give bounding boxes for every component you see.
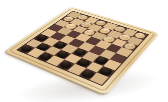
product-photo-scene: ⛀⛀⛀⛀⛀⛀⛀⛀⛀⛀⛀⛀⛂⛂⛂⛂⛂⛂⛂⛂⛂⛂⛂⛂ [0,0,168,102]
